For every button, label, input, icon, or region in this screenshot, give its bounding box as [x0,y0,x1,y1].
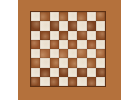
square-b1[interactable] [40,77,49,86]
square-f5[interactable] [77,40,86,49]
square-g4[interactable] [87,49,96,58]
page [0,0,140,100]
square-c3[interactable] [50,58,59,67]
square-d5[interactable] [59,40,68,49]
square-h2[interactable] [96,68,105,77]
square-c2[interactable] [50,68,59,77]
square-g2[interactable] [87,68,96,77]
square-f2[interactable] [77,68,86,77]
square-b8[interactable] [40,12,49,21]
square-a7[interactable] [31,21,40,30]
square-a3[interactable] [31,58,40,67]
square-e7[interactable] [68,21,77,30]
square-e1[interactable] [68,77,77,86]
square-g1[interactable] [87,77,96,86]
square-f7[interactable] [77,21,86,30]
chessboard-grid [31,12,105,86]
square-g3[interactable] [87,58,96,67]
square-e4[interactable] [68,49,77,58]
square-h1[interactable] [96,77,105,86]
square-c5[interactable] [50,40,59,49]
square-b4[interactable] [40,49,49,58]
square-e5[interactable] [68,40,77,49]
square-a5[interactable] [31,40,40,49]
square-e2[interactable] [68,68,77,77]
square-g7[interactable] [87,21,96,30]
square-c8[interactable] [50,12,59,21]
square-f4[interactable] [77,49,86,58]
square-h6[interactable] [96,31,105,40]
square-f8[interactable] [77,12,86,21]
square-b6[interactable] [40,31,49,40]
square-h7[interactable] [96,21,105,30]
chessboard-photo [18,0,121,100]
square-c4[interactable] [50,49,59,58]
square-h3[interactable] [96,58,105,67]
square-a6[interactable] [31,31,40,40]
square-c6[interactable] [50,31,59,40]
square-e6[interactable] [68,31,77,40]
square-g6[interactable] [87,31,96,40]
square-b3[interactable] [40,58,49,67]
square-a8[interactable] [31,12,40,21]
square-d2[interactable] [59,68,68,77]
square-d7[interactable] [59,21,68,30]
square-h8[interactable] [96,12,105,21]
square-f6[interactable] [77,31,86,40]
square-b7[interactable] [40,21,49,30]
square-f3[interactable] [77,58,86,67]
square-h5[interactable] [96,40,105,49]
square-d8[interactable] [59,12,68,21]
square-d4[interactable] [59,49,68,58]
square-a2[interactable] [31,68,40,77]
square-g5[interactable] [87,40,96,49]
square-g8[interactable] [87,12,96,21]
square-b2[interactable] [40,68,49,77]
square-c7[interactable] [50,21,59,30]
square-a4[interactable] [31,49,40,58]
square-d3[interactable] [59,58,68,67]
square-d1[interactable] [59,77,68,86]
square-e8[interactable] [68,12,77,21]
square-c1[interactable] [50,77,59,86]
square-h4[interactable] [96,49,105,58]
square-f1[interactable] [77,77,86,86]
square-a1[interactable] [31,77,40,86]
square-e3[interactable] [68,58,77,67]
square-b5[interactable] [40,40,49,49]
square-d6[interactable] [59,31,68,40]
